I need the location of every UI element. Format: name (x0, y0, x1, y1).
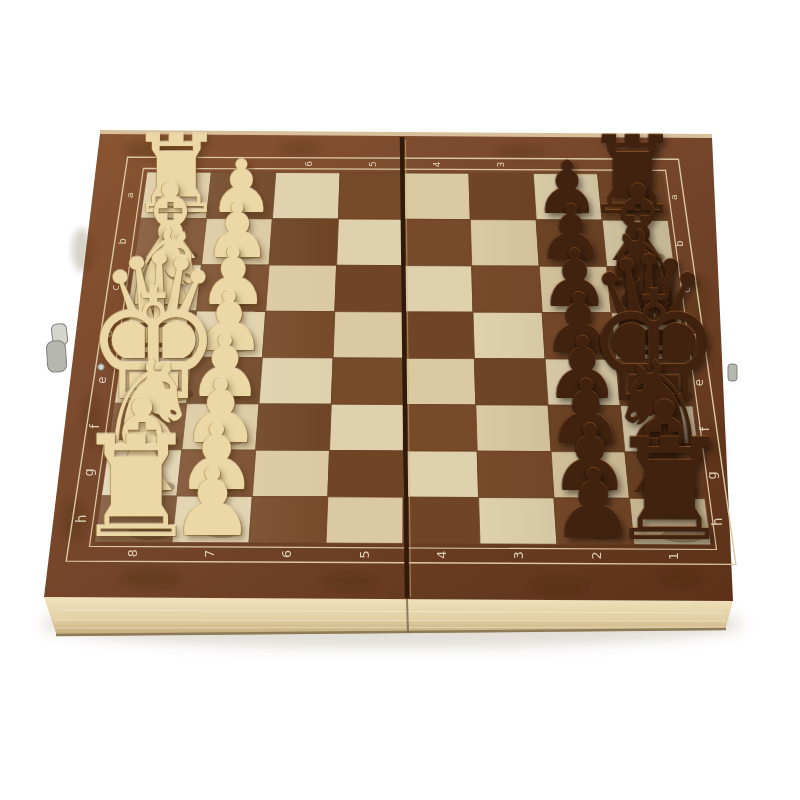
coord-left-h: h (74, 515, 89, 523)
coord-bottom-3: 3 (512, 551, 527, 559)
coord-bottom-2: 2 (589, 552, 604, 560)
coord-left-d: d (102, 330, 115, 337)
coord-right-e: e (692, 379, 706, 386)
coord-right-c: c (680, 287, 692, 293)
right-clasp-nub (728, 364, 737, 381)
board-svg: 8877665544332211aabbccddeeffgghh (0, 0, 800, 800)
coord-top-6: 6 (303, 161, 314, 167)
coord-left-b: b (117, 238, 128, 244)
fold-seam-side (407, 599, 408, 633)
coord-bottom-5: 5 (357, 550, 372, 558)
coord-right-a: a (668, 194, 679, 200)
coord-top-5: 5 (367, 161, 378, 167)
coord-bottom-8: 8 (125, 549, 140, 557)
coord-left-f: f (88, 423, 102, 428)
coord-right-d: d (686, 333, 699, 340)
coord-top-8: 8 (175, 160, 186, 166)
coord-right-g: g (704, 471, 719, 479)
coord-left-g: g (81, 468, 96, 476)
coord-left-e: e (95, 377, 109, 384)
chess-set-photo: 8877665544332211aabbccddeeffgghh ♜♝♞♛♚♞♝… (0, 0, 800, 800)
coord-bottom-1: 1 (666, 552, 681, 560)
coord-top-1: 1 (623, 162, 634, 168)
coord-left-c: c (109, 284, 121, 290)
coord-right-h: h (710, 518, 725, 526)
coord-right-f: f (698, 426, 712, 431)
coord-top-7: 7 (239, 160, 250, 166)
coord-left-a: a (124, 192, 135, 198)
coord-bottom-7: 7 (202, 550, 217, 558)
coord-bottom-4: 4 (434, 551, 449, 559)
coord-right-b: b (674, 240, 685, 246)
coord-top-2: 2 (559, 162, 570, 168)
coord-top-4: 4 (431, 161, 442, 167)
hinge-pin (98, 364, 104, 370)
coord-bottom-6: 6 (279, 550, 294, 558)
coord-top-3: 3 (495, 161, 506, 167)
